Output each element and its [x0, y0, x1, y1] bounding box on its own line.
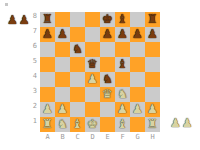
white-bishop-c1: ♝ — [72, 117, 83, 132]
square-c4[interactable] — [70, 72, 85, 87]
square-b8[interactable] — [55, 12, 70, 27]
chess-app-window: 87654321 ♜♚♝♜♟♟♟♟♟♟♞♛♝♟♞♛♞♟♟♟♟♟♜♞♝♚♝♜ AB… — [0, 0, 200, 150]
black-pawn-g7: ♟ — [132, 27, 143, 42]
square-a7[interactable]: ♟ — [40, 27, 55, 42]
white-pawn-h2: ♟ — [147, 102, 158, 117]
file-label-b: B — [55, 133, 70, 141]
square-f7[interactable]: ♟ — [115, 27, 130, 42]
white-king-d1: ♚ — [87, 117, 98, 132]
square-e4[interactable]: ♞ — [100, 72, 115, 87]
white-pawn-f2: ♟ — [117, 102, 128, 117]
black-bishop-f5: ♝ — [117, 57, 128, 72]
black-rook-h8: ♜ — [147, 12, 158, 27]
square-e6[interactable] — [100, 42, 115, 57]
captured-black-pawn-1: ♟ — [7, 13, 18, 28]
rank-label-4: 4 — [26, 72, 37, 87]
square-d7[interactable] — [85, 27, 100, 42]
square-c5[interactable] — [70, 57, 85, 72]
file-label-a: A — [40, 133, 55, 141]
square-c7[interactable] — [70, 27, 85, 42]
square-b1[interactable]: ♞ — [55, 117, 70, 132]
square-d2[interactable] — [85, 102, 100, 117]
square-d1[interactable]: ♚ — [85, 117, 100, 132]
square-f3[interactable]: ♞ — [115, 87, 130, 102]
square-c8[interactable] — [70, 12, 85, 27]
rank-label-6: 6 — [26, 42, 37, 57]
square-a6[interactable] — [40, 42, 55, 57]
square-f6[interactable] — [115, 42, 130, 57]
rank-labels: 87654321 — [26, 12, 37, 132]
file-label-e: E — [100, 133, 115, 141]
square-a1[interactable]: ♜ — [40, 117, 55, 132]
square-c6[interactable]: ♞ — [70, 42, 85, 57]
rank-label-3: 3 — [26, 87, 37, 102]
black-queen-d5: ♛ — [87, 57, 98, 72]
white-rook-h1: ♜ — [147, 117, 158, 132]
white-pawn-g2: ♟ — [132, 102, 143, 117]
square-g1[interactable] — [130, 117, 145, 132]
square-b4[interactable] — [55, 72, 70, 87]
square-e3[interactable]: ♛ — [100, 87, 115, 102]
square-d6[interactable] — [85, 42, 100, 57]
square-h1[interactable]: ♜ — [145, 117, 160, 132]
square-f2[interactable]: ♟ — [115, 102, 130, 117]
file-label-h: H — [145, 133, 160, 141]
square-g4[interactable] — [130, 72, 145, 87]
file-labels: ABCDEFGH — [40, 133, 160, 141]
white-pawn-a2: ♟ — [42, 102, 53, 117]
captured-white-pawn-1: ♟ — [170, 116, 181, 131]
square-f4[interactable] — [115, 72, 130, 87]
square-h8[interactable]: ♜ — [145, 12, 160, 27]
white-bishop-f1: ♝ — [117, 117, 128, 132]
captured-black-pawn-2: ♟ — [19, 13, 30, 28]
square-d4[interactable]: ♟ — [85, 72, 100, 87]
square-a5[interactable] — [40, 57, 55, 72]
black-pawn-f7: ♟ — [117, 27, 128, 42]
white-pawn-b2: ♟ — [57, 102, 68, 117]
square-f1[interactable]: ♝ — [115, 117, 130, 132]
file-label-d: D — [85, 133, 100, 141]
black-pawn-e7: ♟ — [102, 27, 113, 42]
square-b6[interactable] — [55, 42, 70, 57]
square-e8[interactable]: ♚ — [100, 12, 115, 27]
black-knight-c6: ♞ — [72, 42, 83, 57]
square-d5[interactable]: ♛ — [85, 57, 100, 72]
square-b2[interactable]: ♟ — [55, 102, 70, 117]
black-king-e8: ♚ — [102, 12, 113, 27]
square-e2[interactable] — [100, 102, 115, 117]
square-h2[interactable]: ♟ — [145, 102, 160, 117]
square-a8[interactable]: ♜ — [40, 12, 55, 27]
captured-white-pieces-tray: ♟♟ — [170, 116, 193, 131]
square-c1[interactable]: ♝ — [70, 117, 85, 132]
square-b7[interactable]: ♟ — [55, 27, 70, 42]
square-a2[interactable]: ♟ — [40, 102, 55, 117]
square-g3[interactable] — [130, 87, 145, 102]
square-h7[interactable]: ♟ — [145, 27, 160, 42]
file-label-f: F — [115, 133, 130, 141]
rank-label-1: 1 — [26, 117, 37, 132]
board: ♜♚♝♜♟♟♟♟♟♟♞♛♝♟♞♛♞♟♟♟♟♟♜♞♝♚♝♜ — [40, 12, 160, 132]
square-f8[interactable]: ♝ — [115, 12, 130, 27]
square-g7[interactable]: ♟ — [130, 27, 145, 42]
black-knight-e4: ♞ — [102, 72, 113, 87]
rank-label-7: 7 — [26, 27, 37, 42]
square-g6[interactable] — [130, 42, 145, 57]
white-rook-a1: ♜ — [42, 117, 53, 132]
square-d3[interactable] — [85, 87, 100, 102]
square-a3[interactable] — [40, 87, 55, 102]
square-a4[interactable] — [40, 72, 55, 87]
captured-black-pieces-tray: ♟♟ — [7, 13, 30, 28]
square-f5[interactable]: ♝ — [115, 57, 130, 72]
square-b5[interactable] — [55, 57, 70, 72]
square-h5[interactable] — [145, 57, 160, 72]
square-b3[interactable] — [55, 87, 70, 102]
window-artifact-dot — [5, 3, 8, 6]
square-d8[interactable] — [85, 12, 100, 27]
square-g2[interactable]: ♟ — [130, 102, 145, 117]
square-h6[interactable] — [145, 42, 160, 57]
square-g5[interactable] — [130, 57, 145, 72]
square-h4[interactable] — [145, 72, 160, 87]
white-queen-e3: ♛ — [102, 87, 113, 102]
rank-label-2: 2 — [26, 102, 37, 117]
black-pawn-h7: ♟ — [147, 27, 158, 42]
square-c2[interactable] — [70, 102, 85, 117]
black-bishop-f8: ♝ — [117, 12, 128, 27]
black-pawn-a7: ♟ — [42, 27, 53, 42]
black-rook-a8: ♜ — [42, 12, 53, 27]
square-c3[interactable] — [70, 87, 85, 102]
file-label-c: C — [70, 133, 85, 141]
square-e7[interactable]: ♟ — [100, 27, 115, 42]
white-knight-b1: ♞ — [57, 117, 68, 132]
square-h3[interactable] — [145, 87, 160, 102]
white-knight-f3: ♞ — [117, 87, 128, 102]
black-pawn-b7: ♟ — [57, 27, 68, 42]
square-e5[interactable] — [100, 57, 115, 72]
square-e1[interactable] — [100, 117, 115, 132]
rank-label-5: 5 — [26, 57, 37, 72]
white-pawn-d4: ♟ — [87, 72, 98, 87]
square-g8[interactable] — [130, 12, 145, 27]
file-label-g: G — [130, 133, 145, 141]
captured-white-pawn-2: ♟ — [182, 116, 193, 131]
